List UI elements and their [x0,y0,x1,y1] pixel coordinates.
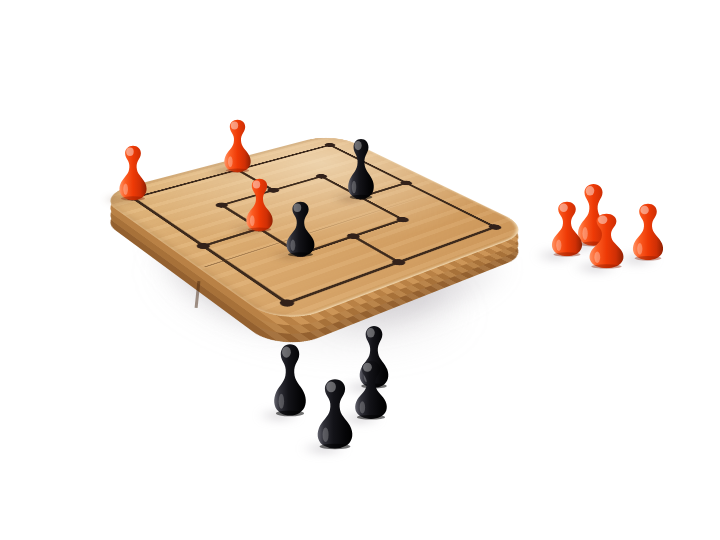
board-line-outer-s-inner-s [353,236,398,262]
halma-pawn-shape [584,212,629,270]
board-line-inner-se-inner-s [353,220,402,237]
halma-pawn-shape [547,200,587,258]
pawn-red-outer-nw[interactable] [115,144,151,202]
pawn-black-inner-sw[interactable] [282,200,319,258]
halma-pawn-shape [115,144,151,202]
board-line-outer-e-outer-se [406,183,495,227]
pawn-red-reserve-1[interactable] [547,200,587,258]
pawn-black-inner-e[interactable] [344,137,378,201]
pawn-red-outer-n[interactable] [220,118,255,174]
pawn-black-reserve-1[interactable] [269,342,311,418]
halma-pawn-shape [220,118,255,174]
halma-pawn-shape [344,137,378,201]
halma-pawn-shape [312,377,358,451]
halma-pawn-shape [628,202,668,262]
pawn-red-reserve-3[interactable] [584,212,629,270]
product-photo-scene [0,0,720,540]
halma-pawn-shape [282,200,319,258]
pawn-red-reserve-4[interactable] [628,202,668,262]
pawn-black-reserve-4[interactable] [312,377,358,451]
halma-pawn-shape [242,177,277,233]
halma-pawn-shape [269,342,311,418]
pawn-red-inner-w[interactable] [242,177,277,233]
board-line-inner-n-inner-ne [273,176,321,190]
